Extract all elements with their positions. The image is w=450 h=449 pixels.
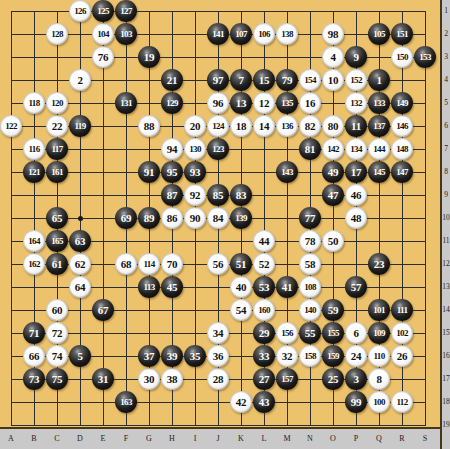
move-number: 29 — [259, 328, 269, 339]
move-number: 140 — [304, 306, 316, 315]
stone-white: 152 — [345, 69, 367, 91]
move-number: 107 — [235, 30, 247, 39]
move-number: 103 — [120, 30, 132, 39]
stone-white: 138 — [276, 23, 298, 45]
move-number: 138 — [281, 30, 293, 39]
stone-black: 165 — [46, 230, 68, 252]
column-label: L — [258, 433, 270, 445]
stone-black: 131 — [115, 92, 137, 114]
move-number: 163 — [120, 398, 132, 407]
row-label: 11 — [442, 236, 450, 246]
stone-white: 154 — [299, 69, 321, 91]
move-number: 152 — [350, 76, 362, 85]
stone-white: 78 — [299, 230, 321, 252]
move-number: 9 — [353, 52, 358, 63]
stone-white: 126 — [69, 0, 91, 22]
move-number: 88 — [144, 121, 154, 132]
move-number: 118 — [28, 99, 39, 108]
move-number: 62 — [75, 259, 85, 270]
stone-white: 6 — [345, 322, 367, 344]
move-number: 73 — [29, 374, 39, 385]
stone-black: 39 — [161, 345, 183, 367]
stone-white: 120 — [46, 92, 68, 114]
row-label: 5 — [442, 98, 450, 108]
move-number: 109 — [373, 329, 385, 338]
stone-black: 81 — [299, 138, 321, 160]
stone-black: 15 — [253, 69, 275, 91]
stone-black: 65 — [46, 207, 68, 229]
move-number: 124 — [212, 122, 224, 131]
move-number: 136 — [281, 122, 293, 131]
move-number: 116 — [28, 145, 39, 154]
move-number: 129 — [166, 99, 178, 108]
stone-white: 150 — [391, 46, 413, 68]
stone-white: 124 — [207, 115, 229, 137]
row-label: 8 — [442, 167, 450, 177]
stone-white: 52 — [253, 253, 275, 275]
stone-white: 18 — [230, 115, 252, 137]
stone-black: 79 — [276, 69, 298, 91]
stone-white: 92 — [184, 184, 206, 206]
stone-black: 11 — [345, 115, 367, 137]
move-number: 11 — [351, 121, 361, 132]
move-number: 46 — [351, 190, 361, 201]
row-label: 17 — [442, 374, 450, 384]
row-label: 15 — [442, 328, 450, 338]
move-number: 64 — [75, 282, 85, 293]
stone-white: 144 — [368, 138, 390, 160]
move-number: 83 — [236, 190, 246, 201]
stone-white: 24 — [345, 345, 367, 367]
move-number: 97 — [213, 75, 223, 86]
move-number: 40 — [236, 282, 246, 293]
move-number: 154 — [304, 76, 316, 85]
move-number: 139 — [235, 214, 247, 223]
move-number: 113 — [143, 283, 154, 292]
move-number: 101 — [373, 306, 385, 315]
move-number: 133 — [373, 99, 385, 108]
stone-white: 128 — [46, 23, 68, 45]
move-number: 41 — [282, 282, 292, 293]
stone-black: 51 — [230, 253, 252, 275]
move-number: 21 — [167, 75, 177, 86]
stone-white: 96 — [207, 92, 229, 114]
move-number: 37 — [144, 351, 154, 362]
move-number: 74 — [52, 351, 62, 362]
move-number: 65 — [52, 213, 62, 224]
row-label: 9 — [442, 190, 450, 200]
stone-black: 111 — [391, 299, 413, 321]
stone-black: 143 — [276, 161, 298, 183]
move-number: 35 — [190, 351, 200, 362]
stone-white: 8 — [368, 368, 390, 390]
move-number: 76 — [98, 52, 108, 63]
move-number: 55 — [305, 328, 315, 339]
move-number: 12 — [259, 98, 269, 109]
stone-black: 9 — [345, 46, 367, 68]
move-number: 58 — [305, 259, 315, 270]
move-number: 161 — [51, 168, 63, 177]
move-number: 145 — [373, 168, 385, 177]
move-number: 126 — [74, 7, 86, 16]
move-number: 20 — [190, 121, 200, 132]
column-label: B — [28, 433, 40, 445]
column-label: J — [212, 433, 224, 445]
move-number: 59 — [328, 305, 338, 316]
stone-white: 100 — [368, 391, 390, 413]
stone-white: 142 — [322, 138, 344, 160]
stone-black: 75 — [46, 368, 68, 390]
move-number: 120 — [51, 99, 63, 108]
row-label: 7 — [442, 144, 450, 154]
move-number: 51 — [236, 259, 246, 270]
move-number: 56 — [213, 259, 223, 270]
stone-black: 109 — [368, 322, 390, 344]
column-label: P — [350, 433, 362, 445]
move-number: 153 — [419, 53, 431, 62]
stone-black: 49 — [322, 161, 344, 183]
stone-white: 82 — [299, 115, 321, 137]
stone-black: 101 — [368, 299, 390, 321]
move-number: 142 — [327, 145, 339, 154]
stone-black: 141 — [207, 23, 229, 45]
move-number: 32 — [282, 351, 292, 362]
move-number: 122 — [5, 122, 17, 131]
stone-black: 5 — [69, 345, 91, 367]
stone-white: 20 — [184, 115, 206, 137]
stone-black: 55 — [299, 322, 321, 344]
stone-black: 163 — [115, 391, 137, 413]
move-number: 38 — [167, 374, 177, 385]
row-label: 4 — [442, 75, 450, 85]
move-number: 5 — [77, 351, 82, 362]
stone-black: 137 — [368, 115, 390, 137]
move-number: 155 — [327, 329, 339, 338]
column-label: D — [74, 433, 86, 445]
stone-white: 84 — [207, 207, 229, 229]
stone-white: 2 — [69, 69, 91, 91]
stone-white: 156 — [276, 322, 298, 344]
move-number: 15 — [259, 75, 269, 86]
move-number: 131 — [120, 99, 132, 108]
stone-white: 158 — [299, 345, 321, 367]
move-number: 4 — [330, 52, 335, 63]
stone-black: 91 — [138, 161, 160, 183]
stone-white: 130 — [184, 138, 206, 160]
move-number: 16 — [305, 98, 315, 109]
move-number: 70 — [167, 259, 177, 270]
go-game-window: 1234567891011121314151617181920212223242… — [0, 0, 450, 449]
stone-black: 25 — [322, 368, 344, 390]
move-number: 157 — [281, 375, 293, 384]
move-number: 127 — [120, 7, 132, 16]
column-label: M — [281, 433, 293, 445]
stone-white: 112 — [391, 391, 413, 413]
row-label: 18 — [442, 397, 450, 407]
move-number: 60 — [52, 305, 62, 316]
move-number: 87 — [167, 190, 177, 201]
column-label: O — [327, 433, 339, 445]
move-number: 82 — [305, 121, 315, 132]
move-number: 69 — [121, 213, 131, 224]
stone-black: 127 — [115, 0, 137, 22]
stone-white: 16 — [299, 92, 321, 114]
move-number: 105 — [373, 30, 385, 39]
row-label: 2 — [442, 29, 450, 39]
stone-black: 59 — [322, 299, 344, 321]
stone-white: 70 — [161, 253, 183, 275]
stone-white: 90 — [184, 207, 206, 229]
stone-white: 102 — [391, 322, 413, 344]
move-number: 79 — [282, 75, 292, 86]
stone-black: 53 — [253, 276, 275, 298]
move-number: 90 — [190, 213, 200, 224]
stone-black: 135 — [276, 92, 298, 114]
move-number: 19 — [144, 52, 154, 63]
move-number: 112 — [396, 398, 407, 407]
stone-black: 17 — [345, 161, 367, 183]
move-number: 61 — [52, 259, 62, 270]
column-label: C — [51, 433, 63, 445]
stone-black: 125 — [92, 0, 114, 22]
move-number: 148 — [396, 145, 408, 154]
move-number: 128 — [51, 30, 63, 39]
stone-white: 40 — [230, 276, 252, 298]
stone-black: 43 — [253, 391, 275, 413]
star-point — [78, 216, 83, 221]
stone-black: 71 — [23, 322, 45, 344]
row-label: 14 — [442, 305, 450, 315]
move-number: 2 — [77, 75, 82, 86]
stone-black: 41 — [276, 276, 298, 298]
move-number: 3 — [353, 374, 358, 385]
move-number: 132 — [350, 99, 362, 108]
stone-black: 61 — [46, 253, 68, 275]
row-coordinate-strip: 12345678910111213141516171819 — [440, 0, 450, 449]
stone-black: 77 — [299, 207, 321, 229]
stone-white: 60 — [46, 299, 68, 321]
stone-black: 37 — [138, 345, 160, 367]
move-number: 98 — [328, 29, 338, 40]
stone-white: 162 — [23, 253, 45, 275]
move-number: 151 — [396, 30, 408, 39]
stone-black: 67 — [92, 299, 114, 321]
stone-black: 107 — [230, 23, 252, 45]
stone-black: 123 — [207, 138, 229, 160]
stone-white: 164 — [23, 230, 45, 252]
stone-black: 117 — [46, 138, 68, 160]
move-number: 39 — [167, 351, 177, 362]
stone-white: 72 — [46, 322, 68, 344]
move-number: 143 — [281, 168, 293, 177]
stone-black: 3 — [345, 368, 367, 390]
stone-white: 86 — [161, 207, 183, 229]
column-label: H — [166, 433, 178, 445]
move-number: 49 — [328, 167, 338, 178]
move-number: 104 — [97, 30, 109, 39]
stone-white: 4 — [322, 46, 344, 68]
stone-white: 12 — [253, 92, 275, 114]
stone-white: 122 — [0, 115, 22, 137]
stone-black: 139 — [230, 207, 252, 229]
move-number: 117 — [51, 145, 62, 154]
stone-black: 1 — [368, 69, 390, 91]
move-number: 33 — [259, 351, 269, 362]
move-number: 94 — [167, 144, 177, 155]
stone-black: 83 — [230, 184, 252, 206]
move-number: 99 — [351, 397, 361, 408]
move-number: 63 — [75, 236, 85, 247]
stone-black: 29 — [253, 322, 275, 344]
stone-black: 97 — [207, 69, 229, 91]
move-number: 27 — [259, 374, 269, 385]
row-label: 10 — [442, 213, 450, 223]
move-number: 102 — [396, 329, 408, 338]
stone-black: 23 — [368, 253, 390, 275]
row-label: 13 — [442, 282, 450, 292]
stone-white: 98 — [322, 23, 344, 45]
move-number: 71 — [29, 328, 39, 339]
move-number: 6 — [353, 328, 358, 339]
move-number: 158 — [304, 352, 316, 361]
stone-white: 110 — [368, 345, 390, 367]
move-number: 134 — [350, 145, 362, 154]
move-number: 22 — [52, 121, 62, 132]
move-number: 26 — [397, 351, 407, 362]
stone-white: 32 — [276, 345, 298, 367]
stone-black: 157 — [276, 368, 298, 390]
row-label: 1 — [442, 6, 450, 16]
column-label: S — [419, 433, 431, 445]
column-label: A — [5, 433, 17, 445]
stone-white: 36 — [207, 345, 229, 367]
stone-black: 63 — [69, 230, 91, 252]
stone-white: 146 — [391, 115, 413, 137]
stone-white: 104 — [92, 23, 114, 45]
stone-white: 148 — [391, 138, 413, 160]
stone-white: 62 — [69, 253, 91, 275]
move-number: 66 — [29, 351, 39, 362]
move-number: 123 — [212, 145, 224, 154]
move-number: 28 — [213, 374, 223, 385]
move-number: 91 — [144, 167, 154, 178]
move-number: 10 — [328, 75, 338, 86]
stone-white: 42 — [230, 391, 252, 413]
move-number: 13 — [236, 98, 246, 109]
stone-black: 161 — [46, 161, 68, 183]
stone-black: 27 — [253, 368, 275, 390]
move-number: 130 — [189, 145, 201, 154]
stone-white: 34 — [207, 322, 229, 344]
move-number: 135 — [281, 99, 293, 108]
column-label: Q — [373, 433, 385, 445]
move-number: 57 — [351, 282, 361, 293]
stone-black: 33 — [253, 345, 275, 367]
move-number: 84 — [213, 213, 223, 224]
column-coordinate-strip: ABCDEFGHIJKLMNOPQRS — [0, 427, 440, 449]
stone-black: 47 — [322, 184, 344, 206]
stone-white: 80 — [322, 115, 344, 137]
stone-black: 21 — [161, 69, 183, 91]
move-number: 47 — [328, 190, 338, 201]
move-number: 42 — [236, 397, 246, 408]
stone-black: 149 — [391, 92, 413, 114]
move-number: 150 — [396, 53, 408, 62]
stone-white: 30 — [138, 368, 160, 390]
stone-white: 38 — [161, 368, 183, 390]
move-number: 45 — [167, 282, 177, 293]
row-label: 19 — [442, 420, 450, 430]
stone-black: 121 — [23, 161, 45, 183]
stone-black: 151 — [391, 23, 413, 45]
move-number: 8 — [376, 374, 381, 385]
move-number: 89 — [144, 213, 154, 224]
move-number: 119 — [74, 122, 85, 131]
move-number: 96 — [213, 98, 223, 109]
stone-black: 103 — [115, 23, 137, 45]
stone-black: 129 — [161, 92, 183, 114]
move-number: 92 — [190, 190, 200, 201]
move-number: 164 — [28, 237, 40, 246]
move-number: 144 — [373, 145, 385, 154]
stone-white: 74 — [46, 345, 68, 367]
go-board[interactable]: 1234567891011121314151617181920212223242… — [0, 0, 440, 427]
move-number: 18 — [236, 121, 246, 132]
stone-black: 87 — [161, 184, 183, 206]
stone-black: 155 — [322, 322, 344, 344]
move-number: 114 — [143, 260, 154, 269]
column-label: R — [396, 433, 408, 445]
move-number: 44 — [259, 236, 269, 247]
stone-black: 105 — [368, 23, 390, 45]
move-number: 137 — [373, 122, 385, 131]
move-number: 100 — [373, 398, 385, 407]
stone-white: 10 — [322, 69, 344, 91]
stone-white: 54 — [230, 299, 252, 321]
row-label: 6 — [442, 121, 450, 131]
row-label: 3 — [442, 52, 450, 62]
move-number: 24 — [351, 351, 361, 362]
move-number: 23 — [374, 259, 384, 270]
move-number: 108 — [304, 283, 316, 292]
move-number: 121 — [28, 168, 40, 177]
stone-white: 108 — [299, 276, 321, 298]
stone-white: 114 — [138, 253, 160, 275]
stone-white: 56 — [207, 253, 229, 275]
move-number: 31 — [98, 374, 108, 385]
column-label: N — [304, 433, 316, 445]
stone-white: 132 — [345, 92, 367, 114]
move-number: 52 — [259, 259, 269, 270]
stone-white: 76 — [92, 46, 114, 68]
move-number: 36 — [213, 351, 223, 362]
move-number: 111 — [397, 306, 408, 315]
stone-white: 44 — [253, 230, 275, 252]
move-number: 53 — [259, 282, 269, 293]
stone-white: 134 — [345, 138, 367, 160]
stone-black: 57 — [345, 276, 367, 298]
stone-black: 133 — [368, 92, 390, 114]
stone-black: 145 — [368, 161, 390, 183]
grid-line-horizontal — [11, 425, 426, 426]
stone-black: 35 — [184, 345, 206, 367]
move-number: 14 — [259, 121, 269, 132]
stone-black: 85 — [207, 184, 229, 206]
move-number: 17 — [351, 167, 361, 178]
column-label: E — [97, 433, 109, 445]
stone-white: 14 — [253, 115, 275, 137]
stone-white: 136 — [276, 115, 298, 137]
